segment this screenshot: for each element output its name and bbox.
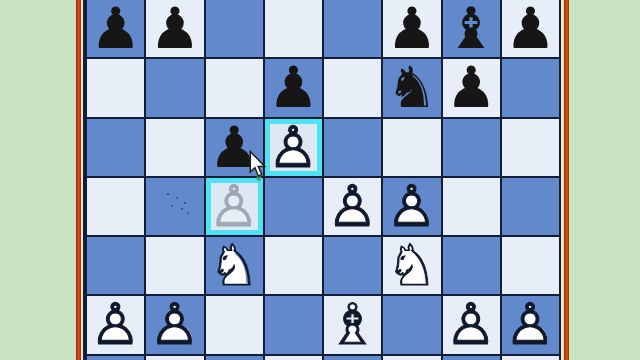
square-c6[interactable] (205, 58, 264, 117)
black-pawn[interactable]: ♟ (145, 0, 204, 58)
piece-glyph: ♟ (501, 0, 560, 58)
square-h6[interactable] (501, 58, 560, 117)
white-pawn[interactable]: ♟♙ (145, 295, 204, 354)
white-pawn[interactable]: ♟♙ (86, 295, 145, 354)
square-g1[interactable] (442, 355, 501, 360)
piece-glyph: ♟ (145, 0, 204, 58)
square-a4[interactable] (86, 177, 145, 236)
piece-glyph-outline: ♗ (323, 295, 382, 354)
square-h1[interactable] (501, 355, 560, 360)
page-background: ♟♟♟♝♟♟♞♟♟♟♙♟♙♟♙♟♙♞♘♞♘♟♙♟♙♝♗♟♙♟♙ (0, 0, 640, 360)
piece-glyph: ♟ (382, 0, 441, 58)
piece-glyph: ♞ (382, 58, 441, 117)
square-g6[interactable]: ♟ (442, 58, 501, 117)
white-pawn[interactable]: ♟♙ (501, 295, 560, 354)
square-a2[interactable]: ♟♙ (86, 295, 145, 354)
square-d4[interactable] (264, 177, 323, 236)
square-g3[interactable] (442, 236, 501, 295)
square-h7[interactable]: ♟ (501, 0, 560, 58)
square-e5[interactable] (323, 118, 382, 177)
white-pawn[interactable]: ♟♙ (442, 295, 501, 354)
black-pawn[interactable]: ♟ (442, 58, 501, 117)
square-d7[interactable] (264, 0, 323, 58)
square-e3[interactable] (323, 236, 382, 295)
square-c3[interactable]: ♞♘ (205, 236, 264, 295)
piece-glyph-outline: ♙ (264, 118, 323, 177)
square-c5[interactable]: ♟ (205, 118, 264, 177)
square-d3[interactable] (264, 236, 323, 295)
chess-board[interactable]: ♟♟♟♝♟♟♞♟♟♟♙♟♙♟♙♟♙♞♘♞♘♟♙♟♙♝♗♟♙♟♙ (86, 0, 560, 360)
black-knight[interactable]: ♞ (382, 58, 441, 117)
black-pawn[interactable]: ♟ (86, 0, 145, 58)
piece-glyph-outline: ♙ (323, 177, 382, 236)
white-pawn-ghost: ♟♙ (205, 177, 264, 236)
piece-glyph-outline: ♘ (382, 236, 441, 295)
square-a3[interactable] (86, 236, 145, 295)
piece-glyph: ♝ (442, 0, 501, 58)
square-a7[interactable]: ♟ (86, 0, 145, 58)
square-h2[interactable]: ♟♙ (501, 295, 560, 354)
square-e7[interactable] (323, 0, 382, 58)
square-e1[interactable] (323, 355, 382, 360)
white-knight[interactable]: ♞♘ (205, 236, 264, 295)
white-bishop[interactable]: ♝♗ (323, 295, 382, 354)
square-a6[interactable] (86, 58, 145, 117)
piece-glyph-outline: ♙ (86, 295, 145, 354)
square-b4[interactable] (145, 177, 204, 236)
square-h4[interactable] (501, 177, 560, 236)
square-f6[interactable]: ♞ (382, 58, 441, 117)
black-pawn[interactable]: ♟ (205, 118, 264, 177)
piece-glyph-outline: ♙ (205, 177, 264, 236)
square-d6[interactable]: ♟ (264, 58, 323, 117)
white-pawn[interactable]: ♟♙ (264, 118, 323, 177)
square-b2[interactable]: ♟♙ (145, 295, 204, 354)
square-g5[interactable] (442, 118, 501, 177)
square-f4[interactable]: ♟♙ (382, 177, 441, 236)
piece-glyph: ♟ (442, 58, 501, 117)
square-f1[interactable] (382, 355, 441, 360)
piece-glyph: ♟ (264, 58, 323, 117)
square-b5[interactable] (145, 118, 204, 177)
board-frame-cream-right (561, 0, 563, 360)
square-b3[interactable] (145, 236, 204, 295)
square-f3[interactable]: ♞♘ (382, 236, 441, 295)
square-b1[interactable] (145, 355, 204, 360)
black-pawn[interactable]: ♟ (382, 0, 441, 58)
square-f5[interactable] (382, 118, 441, 177)
square-a1[interactable] (86, 355, 145, 360)
white-knight[interactable]: ♞♘ (382, 236, 441, 295)
square-e2[interactable]: ♝♗ (323, 295, 382, 354)
piece-glyph-outline: ♙ (382, 177, 441, 236)
square-e6[interactable] (323, 58, 382, 117)
square-d5[interactable]: ♟♙ (264, 118, 323, 177)
square-d2[interactable] (264, 295, 323, 354)
square-h3[interactable] (501, 236, 560, 295)
square-c1[interactable] (205, 355, 264, 360)
square-g2[interactable]: ♟♙ (442, 295, 501, 354)
piece-glyph: ♟ (205, 118, 264, 177)
square-c7[interactable] (205, 0, 264, 58)
black-pawn[interactable]: ♟ (501, 0, 560, 58)
square-a5[interactable] (86, 118, 145, 177)
piece-glyph-outline: ♙ (145, 295, 204, 354)
square-h5[interactable] (501, 118, 560, 177)
square-e4[interactable]: ♟♙ (323, 177, 382, 236)
black-pawn[interactable]: ♟ (264, 58, 323, 117)
board-frame: ♟♟♟♝♟♟♞♟♟♟♙♟♙♟♙♟♙♞♘♞♘♟♙♟♙♝♗♟♙♟♙ (83, 0, 563, 360)
square-g4[interactable] (442, 177, 501, 236)
square-b6[interactable] (145, 58, 204, 117)
square-f2[interactable] (382, 295, 441, 354)
square-d1[interactable] (264, 355, 323, 360)
piece-glyph-outline: ♙ (501, 295, 560, 354)
black-bishop[interactable]: ♝ (442, 0, 501, 58)
square-b7[interactable]: ♟ (145, 0, 204, 58)
square-f7[interactable]: ♟ (382, 0, 441, 58)
white-pawn[interactable]: ♟♙ (382, 177, 441, 236)
square-c2[interactable] (205, 295, 264, 354)
white-pawn[interactable]: ♟♙ (323, 177, 382, 236)
piece-glyph-outline: ♙ (442, 295, 501, 354)
piece-glyph: ♟ (86, 0, 145, 58)
board-frame-red-right (564, 0, 569, 360)
piece-glyph-outline: ♘ (205, 236, 264, 295)
square-g7[interactable]: ♝ (442, 0, 501, 58)
square-c4[interactable]: ♟♙ (205, 177, 264, 236)
